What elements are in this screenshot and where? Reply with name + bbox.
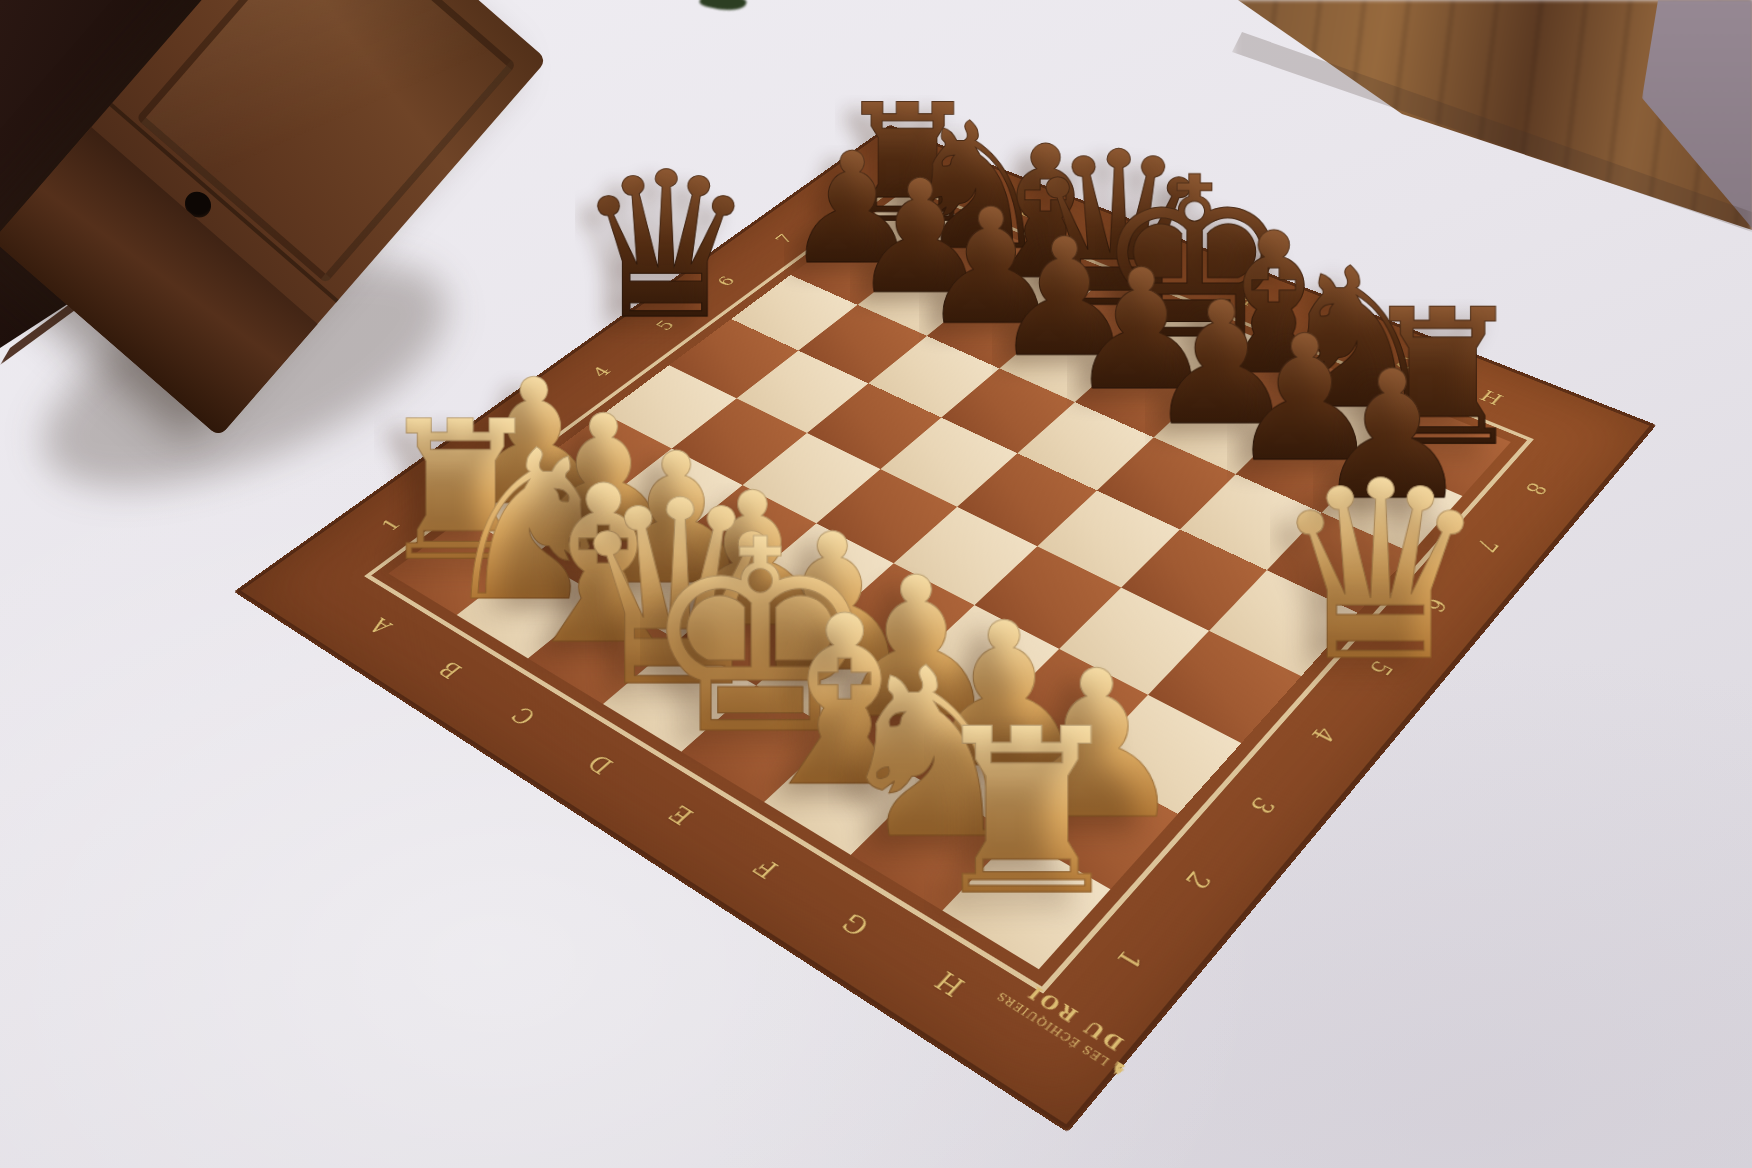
file-label-near-H: H: [909, 952, 992, 1015]
rank-label-right-2: 2: [1161, 849, 1233, 913]
black-queen-icon: ♛: [575, 161, 756, 333]
file-label-near-C: C: [489, 691, 559, 740]
photo-scene: ♜♞♝♛♚♝♞♜♟♟♟♟♟♟♟♟♟♟♟♟♟♟♟♟♜♞♝♛♚♝♞♜ ♞LES ÉC…: [0, 0, 1752, 1168]
rank-label-right-1: 1: [1090, 926, 1165, 994]
chessboard: ♜♞♝♛♚♝♞♜♟♟♟♟♟♟♟♟♟♟♟♟♟♟♟♟♜♞♝♛♚♝♞♜ ♞LES ÉC…: [234, 125, 1657, 1133]
square-h1: ♜: [942, 834, 1110, 969]
white-rook-icon: ♜: [924, 716, 1128, 910]
file-label-near-A: A: [348, 603, 414, 648]
plant-leaf-icon: [699, 0, 747, 15]
rank-label-right-3: 3: [1227, 776, 1296, 836]
file-label-near-G: G: [816, 894, 896, 954]
white-queen-icon: ♛: [1270, 467, 1491, 677]
file-label-near-F: F: [727, 839, 804, 896]
file-label-near-E: E: [644, 787, 719, 841]
rank-label-right-4: 4: [1289, 707, 1356, 764]
file-label-near-D: D: [564, 738, 637, 790]
rank-label-right-8: 8: [1506, 466, 1564, 511]
file-label-near-B: B: [416, 646, 484, 693]
